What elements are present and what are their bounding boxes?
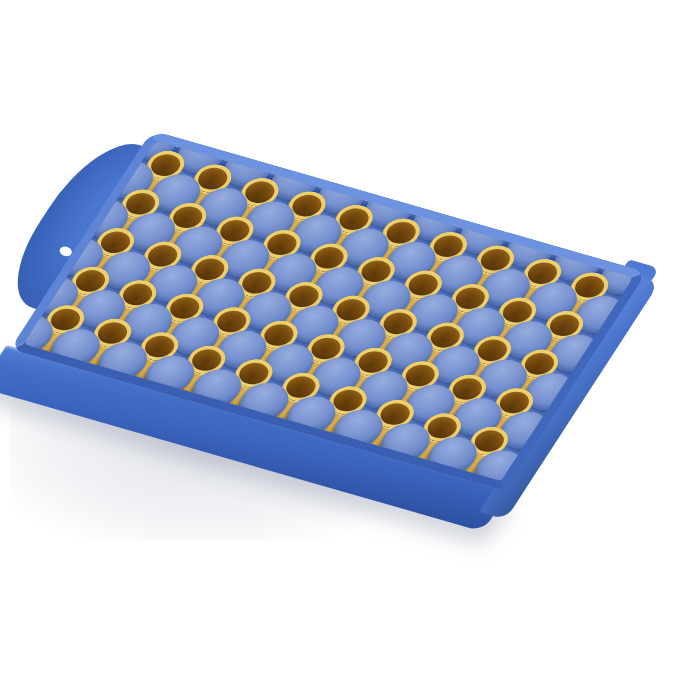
product-photo-stage [0, 0, 700, 700]
